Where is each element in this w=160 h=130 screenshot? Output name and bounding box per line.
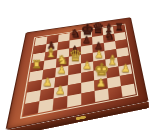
piece-black-king: ♚ <box>81 23 92 38</box>
square-e4: ♟ <box>81 62 94 73</box>
square-e2 <box>81 80 95 93</box>
square-h4 <box>117 55 130 66</box>
square-b1 <box>38 99 54 114</box>
square-c7 <box>57 41 69 51</box>
piece-white-pawn: ♟ <box>54 85 67 96</box>
brass-latch-icon <box>76 116 86 121</box>
piece-white-pawn: ♟ <box>56 65 69 75</box>
piece-black-knight: ♞ <box>70 28 81 39</box>
piece-white-pawn: ♟ <box>95 78 108 89</box>
piece-white-pawn: ♟ <box>120 64 132 74</box>
square-e3 <box>81 71 94 83</box>
square-f1 <box>95 88 109 102</box>
square-g2 <box>107 76 121 89</box>
square-d1 <box>67 93 81 107</box>
square-c1 <box>53 96 68 110</box>
square-a1 <box>23 101 39 116</box>
square-h1 <box>121 84 136 97</box>
piece-black-rook: ♜ <box>114 22 125 32</box>
piece-black-pawn: ♟ <box>93 42 105 52</box>
square-e1 <box>81 91 95 105</box>
chess-set-photo: ♞♚♛♝♜♟♟♞♝♟♟♜♞♛♟♟♟♝♟♚♟♟♟ <box>0 0 160 130</box>
square-e6 <box>81 45 93 55</box>
square-e7: ♟ <box>81 37 93 47</box>
chess-board-grid: ♞♚♛♝♜♟♟♞♝♟♟♜♞♛♟♟♟♝♟♚♟♟♟ <box>23 25 136 116</box>
piece-black-queen: ♛ <box>92 22 103 36</box>
square-g1 <box>108 86 123 99</box>
piece-white-pawn: ♟ <box>41 77 54 88</box>
